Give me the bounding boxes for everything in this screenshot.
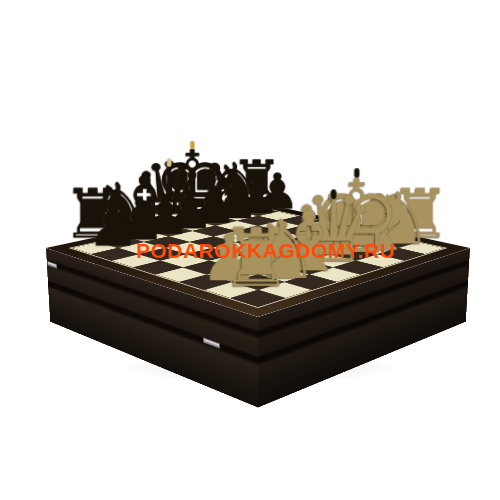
chess-set-photo: ♜♟♟♜♞♟♟♞♝♟♟♝♚♟♟♚♛♟♟♛♝♟♟♝♞♟♟♞♜♟♟♜ PODAROK… xyxy=(0,0,500,500)
watermark-text: PODAROKKAGDOMY.RU xyxy=(136,238,395,263)
hinge-icon-right xyxy=(203,337,220,349)
square-a1: ♜ xyxy=(230,290,285,307)
hinge-icon-left xyxy=(47,261,57,269)
